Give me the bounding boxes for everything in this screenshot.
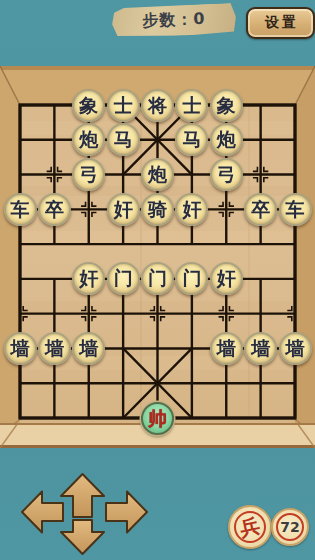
piece-将[interactable]: 将 (141, 89, 174, 122)
piece-墙[interactable]: 墙 (72, 332, 105, 365)
count-value: 72 (280, 519, 299, 535)
piece-奸[interactable]: 奸 (175, 193, 208, 226)
piece-奸[interactable]: 奸 (210, 262, 243, 295)
arrow-right-button[interactable] (106, 492, 147, 533)
piece-帅[interactable]: 帅 (141, 402, 174, 435)
piece-弓[interactable]: 弓 (72, 158, 105, 191)
piece-象[interactable]: 象 (72, 89, 105, 122)
piece-门[interactable]: 门 (107, 262, 140, 295)
piece-士[interactable]: 士 (107, 89, 140, 122)
piece-墙[interactable]: 墙 (38, 332, 71, 365)
piece-马[interactable]: 马 (175, 123, 208, 156)
steps-counter: 步数：0 (142, 9, 206, 32)
soldier-coin-button[interactable]: 兵 (228, 505, 272, 549)
dpad (14, 468, 154, 560)
piece-炮[interactable]: 炮 (210, 123, 243, 156)
piece-墙[interactable]: 墙 (244, 332, 277, 365)
arrow-left-button[interactable] (22, 492, 63, 533)
piece-门[interactable]: 门 (175, 262, 208, 295)
piece-象[interactable]: 象 (210, 89, 243, 122)
piece-马[interactable]: 马 (107, 123, 140, 156)
piece-奸[interactable]: 奸 (107, 193, 140, 226)
pieces-layer: 象士将士象炮马马炮弓炮弓车卒奸骑奸卒车奸门门门奸墙墙墙墙墙墙帅 (0, 66, 315, 448)
count-coin-badge: 72 (271, 508, 309, 546)
piece-炮[interactable]: 炮 (72, 123, 105, 156)
piece-奸[interactable]: 奸 (72, 262, 105, 295)
piece-车[interactable]: 车 (4, 193, 37, 226)
settings-button[interactable]: 设置 (246, 7, 315, 39)
arrow-up-button[interactable] (61, 474, 104, 517)
piece-墙[interactable]: 墙 (4, 332, 37, 365)
steps-ribbon: 步数：0 (111, 3, 236, 38)
piece-墙[interactable]: 墙 (279, 332, 312, 365)
arrow-down-button[interactable] (61, 520, 104, 554)
piece-卒[interactable]: 卒 (38, 193, 71, 226)
piece-士[interactable]: 士 (175, 89, 208, 122)
piece-炮[interactable]: 炮 (141, 158, 174, 191)
piece-墙[interactable]: 墙 (210, 332, 243, 365)
xiangqi-board: 象士将士象炮马马炮弓炮弓车卒奸骑奸卒车奸门门门奸墙墙墙墙墙墙帅 (0, 66, 315, 448)
piece-骑[interactable]: 骑 (141, 193, 174, 226)
piece-门[interactable]: 门 (141, 262, 174, 295)
piece-车[interactable]: 车 (279, 193, 312, 226)
piece-弓[interactable]: 弓 (210, 158, 243, 191)
piece-卒[interactable]: 卒 (244, 193, 277, 226)
